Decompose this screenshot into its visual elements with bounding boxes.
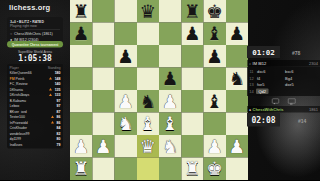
- streak-fire-icon: [51, 121, 54, 124]
- piece-white-p: ♟: [206, 137, 223, 156]
- square-b1[interactable]: [92, 158, 114, 181]
- square-c3[interactable]: ♞: [115, 113, 137, 136]
- square-b6[interactable]: [92, 45, 114, 68]
- standings-header-player: Player: [10, 66, 19, 70]
- square-c6[interactable]: ♟: [115, 45, 137, 68]
- white-player-name: ChessWithChris: [253, 107, 284, 112]
- square-d4[interactable]: ♞: [137, 90, 159, 113]
- square-e6[interactable]: [159, 45, 181, 68]
- square-d5[interactable]: [137, 68, 159, 91]
- chess-board[interactable]: ♜♛♜♚♟♟♝♟♟♟♟♞♟♞♟♝♞♝♝♟♟♛♞♟♟♜♜♚: [70, 0, 248, 180]
- square-a5[interactable]: [70, 68, 92, 91]
- square-f2[interactable]: [181, 135, 203, 158]
- move-w[interactable]: dxc6: [256, 70, 284, 75]
- square-h5[interactable]: ♞: [226, 68, 248, 91]
- standings-player-name: yondelous99: [10, 132, 56, 136]
- streak-fire-icon: [49, 88, 52, 91]
- piece-black-r: ♜: [73, 2, 90, 21]
- piece-black-p: ♟: [117, 47, 134, 66]
- piece-black-b: ♝: [206, 92, 223, 111]
- move-b[interactable]: Bg4: [284, 76, 312, 81]
- move-w[interactable]: f4: [256, 76, 284, 81]
- tournament-button[interactable]: Quarantine Chess tournament: [7, 41, 63, 48]
- square-h1[interactable]: [226, 158, 248, 181]
- piece-white-b: ♝: [140, 115, 157, 134]
- standings-score: 135: [55, 88, 61, 92]
- square-h4[interactable]: [226, 90, 248, 113]
- piece-white-r: ♜: [184, 160, 201, 179]
- standings-player-name: B-Kabamu: [10, 99, 56, 103]
- square-a7[interactable]: ♟: [70, 23, 92, 46]
- standings-score: 87: [57, 110, 61, 114]
- square-g1[interactable]: ♚: [204, 158, 226, 181]
- square-f6[interactable]: [181, 45, 203, 68]
- standings-score: 140: [55, 82, 61, 86]
- standings-score: 79: [57, 143, 61, 147]
- square-h8[interactable]: [226, 0, 248, 23]
- black-player-rating: 2304: [309, 61, 318, 66]
- streak-fire-icon: [51, 116, 54, 119]
- square-d7[interactable]: [137, 23, 159, 46]
- standings-player-name: Tester100: [10, 115, 52, 119]
- move-number: 13: [247, 83, 256, 88]
- square-e4[interactable]: ♟: [159, 90, 181, 113]
- square-c1[interactable]: [115, 158, 137, 181]
- standings-player-name: InPrizewidd: [10, 121, 52, 125]
- square-a1[interactable]: ♜: [70, 158, 92, 181]
- piece-white-p: ♟: [117, 92, 134, 111]
- piece-white-p: ♟: [162, 92, 179, 111]
- arena-name: SuperBlitz Shield Arena: [7, 50, 63, 54]
- square-c2[interactable]: [115, 135, 137, 158]
- standings-score: 80: [57, 137, 61, 141]
- piece-black-b: ♝: [206, 25, 223, 44]
- white-player-bar[interactable]: ● ChessWithChris 1861: [247, 106, 320, 113]
- arena-clock: 1:05:38: [7, 54, 63, 64]
- standings-score: 86: [57, 121, 61, 125]
- standings-player-name: KillerQueen66: [10, 71, 54, 75]
- square-b2[interactable]: ♟: [92, 135, 114, 158]
- standings-player-name: DKhania: [10, 88, 50, 92]
- standings-player-name: CrisKhader: [10, 126, 56, 130]
- square-b3[interactable]: [92, 113, 114, 136]
- standings-header: Player Standing: [10, 66, 61, 70]
- piece-white-b: ♝: [162, 115, 179, 134]
- standings-score: 86: [57, 115, 61, 119]
- standings-score: 84: [57, 126, 61, 130]
- square-d3[interactable]: ♝: [137, 113, 159, 136]
- square-d8[interactable]: ♛: [137, 0, 159, 23]
- square-a6[interactable]: [70, 45, 92, 68]
- square-c5[interactable]: [115, 68, 137, 91]
- square-h6[interactable]: [226, 45, 248, 68]
- standings-player-name: Leboo: [10, 104, 56, 108]
- board-screen-icon[interactable]: [288, 99, 296, 104]
- square-h7[interactable]: ♟: [226, 23, 248, 46]
- black-player-name: IM Bl12: [253, 61, 267, 66]
- streak-fire-icon: [49, 77, 52, 80]
- standings-score: 97: [57, 99, 61, 103]
- square-d1[interactable]: [137, 158, 159, 181]
- standings-table: Player Standing KillerQueen66180FMPetrik…: [7, 64, 63, 149]
- piece-black-r: ♜: [184, 2, 201, 21]
- standings-player-name: dg1199: [10, 137, 56, 141]
- black-color-icon: ●: [249, 62, 251, 66]
- square-g4[interactable]: ♝: [204, 90, 226, 113]
- move-list[interactable]: 11dxc6bxc612f4Bg413fxe5dxe514Qd2: [247, 67, 320, 96]
- square-d6[interactable]: [137, 45, 159, 68]
- move-b[interactable]: bxc6: [284, 70, 312, 75]
- standings-header-score: Standing: [48, 66, 61, 70]
- standings-player-name: FC_Review: [10, 82, 54, 86]
- black-clock: 01:02: [247, 46, 280, 58]
- black-player-bar[interactable]: ● IM Bl12 2304: [247, 60, 320, 67]
- square-e5[interactable]: ♟: [159, 68, 181, 91]
- move-w[interactable]: fxe5: [256, 83, 284, 88]
- square-e2[interactable]: ♞: [159, 135, 181, 158]
- standings-row[interactable]: Inglkses79: [10, 142, 61, 148]
- piece-white-n: ♞: [117, 115, 134, 134]
- square-f7[interactable]: ♟: [181, 23, 203, 46]
- game-meta-line: 3+0 • BLITZ • RATED: [10, 20, 60, 24]
- piece-black-n: ♞: [229, 70, 246, 89]
- move-number: 14: [247, 89, 256, 94]
- square-f3[interactable]: [181, 113, 203, 136]
- square-a4[interactable]: [70, 90, 92, 113]
- square-h3[interactable]: [226, 113, 248, 136]
- standings-player-name: BKver_jord: [10, 110, 56, 114]
- move-row: 14Qd2: [247, 88, 320, 95]
- piece-black-p: ♟: [229, 25, 246, 44]
- black-rank-badge: #78: [292, 50, 300, 56]
- move-w[interactable]: Qd2: [256, 89, 269, 95]
- square-g5[interactable]: [204, 68, 226, 91]
- piece-white-k: ♚: [206, 160, 223, 179]
- white-rank-badge: #14: [298, 119, 306, 125]
- piece-black-p: ♟: [206, 47, 223, 66]
- square-a8[interactable]: ♜: [70, 0, 92, 23]
- embed-actions: [247, 98, 320, 104]
- white-color-icon: ●: [249, 108, 251, 112]
- stream-frame: ♜♛♜♚♟♟♝♟♟♟♟♞♟♞♟♝♞♝♝♟♟♛♞♟♟♜♜♚ lichess.org…: [0, 0, 320, 180]
- standings-score: 133: [55, 93, 61, 97]
- square-c8[interactable]: [115, 0, 137, 23]
- square-a3[interactable]: [70, 113, 92, 136]
- piece-black-n: ♞: [140, 92, 157, 111]
- white-clock: 02:08: [247, 113, 280, 127]
- standings-player-name: DKrish4boys: [10, 93, 50, 97]
- square-g2[interactable]: ♟: [204, 135, 226, 158]
- lichess-logo: lichess.org: [9, 3, 50, 12]
- standings-score: 180: [55, 71, 61, 75]
- piece-white-p: ♟: [73, 137, 90, 156]
- divider: [10, 29, 60, 30]
- square-a2[interactable]: ♟: [70, 135, 92, 158]
- white-player-rating: 1861: [309, 107, 318, 112]
- square-e8[interactable]: [159, 0, 181, 23]
- standings-player-name: FMPetrik: [10, 77, 50, 81]
- piece-black-p: ♟: [184, 25, 201, 44]
- chat-icon[interactable]: [272, 99, 279, 104]
- square-b8[interactable]: [92, 0, 114, 23]
- square-b4[interactable]: [92, 90, 114, 113]
- square-f4[interactable]: [181, 90, 203, 113]
- square-f1[interactable]: ♜: [181, 158, 203, 181]
- game-status-line: Playing right now: [10, 24, 60, 28]
- square-b5[interactable]: [92, 68, 114, 91]
- square-g6[interactable]: ♟: [204, 45, 226, 68]
- move-number: 11: [247, 70, 256, 75]
- piece-black-q: ♛: [140, 2, 157, 21]
- move-b[interactable]: dxe5: [284, 83, 312, 88]
- game-info-card: 3+0 • BLITZ • RATED Playing right now ○C…: [7, 17, 63, 44]
- square-g8[interactable]: ♚: [204, 0, 226, 23]
- piece-white-p: ♟: [95, 137, 112, 156]
- streak-fire-icon: [49, 94, 52, 97]
- square-f5[interactable]: [181, 68, 203, 91]
- square-e3[interactable]: ♝: [159, 113, 181, 136]
- square-f8[interactable]: ♜: [181, 0, 203, 23]
- piece-white-n: ♞: [162, 137, 179, 156]
- white-player-label: ChessWithChris (1861): [14, 32, 53, 37]
- move-number: 12: [247, 76, 256, 81]
- piece-black-k: ♚: [206, 2, 223, 21]
- piece-white-p: ♟: [229, 137, 246, 156]
- standings-score: 97: [57, 104, 61, 108]
- standings-score: 148: [55, 77, 61, 81]
- square-g7[interactable]: ♝: [204, 23, 226, 46]
- square-c7[interactable]: [115, 23, 137, 46]
- square-g3[interactable]: [204, 113, 226, 136]
- square-h2[interactable]: ♟: [226, 135, 248, 158]
- square-b7[interactable]: [92, 23, 114, 46]
- player-title: FM: [10, 77, 15, 81]
- standings-player-name: Inglkses: [10, 143, 56, 147]
- piece-white-r: ♜: [73, 160, 90, 179]
- piece-black-p: ♟: [162, 70, 179, 89]
- piece-black-p: ♟: [73, 25, 90, 44]
- square-d2[interactable]: ♛: [137, 135, 159, 158]
- piece-white-q: ♛: [140, 137, 157, 156]
- square-e7[interactable]: [159, 23, 181, 46]
- square-e1[interactable]: [159, 158, 181, 181]
- white-player-line[interactable]: ○ChessWithChris (1861): [10, 32, 60, 37]
- square-c4[interactable]: ♟: [115, 90, 137, 113]
- standings-score: 82: [57, 132, 61, 136]
